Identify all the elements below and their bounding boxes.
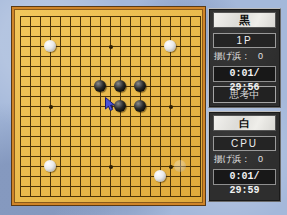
star-point bbox=[49, 105, 53, 109]
white-stone bbox=[44, 160, 56, 172]
white-stone bbox=[44, 40, 56, 52]
star-point bbox=[169, 105, 173, 109]
black-stone bbox=[134, 80, 146, 92]
white-player-label: CPU bbox=[213, 136, 276, 151]
black-stone bbox=[134, 100, 146, 112]
black-captures-value: 0 bbox=[258, 51, 263, 62]
black-captures-label: 揚げ浜： bbox=[214, 51, 250, 62]
star-point bbox=[109, 45, 113, 49]
white-stone bbox=[154, 170, 166, 182]
go-board[interactable] bbox=[12, 7, 205, 205]
black-clock: 0:01/ 29:56 bbox=[213, 66, 276, 82]
star-point bbox=[109, 165, 113, 169]
white-captures-value: 0 bbox=[258, 154, 263, 165]
black-status-badge: 思考中 bbox=[213, 86, 276, 103]
white-player-panel: 白 CPU 揚げ浜： 0 0:01/ 29:59 bbox=[208, 111, 281, 202]
star-point bbox=[169, 165, 173, 169]
game-screen: 黒 1P 揚げ浜： 0 0:01/ 29:56 思考中 白 CPU 揚げ浜： 0… bbox=[0, 0, 287, 215]
black-stone bbox=[94, 80, 106, 92]
black-title: 黒 bbox=[213, 12, 276, 28]
black-player-label: 1P bbox=[213, 33, 276, 48]
white-stone bbox=[164, 40, 176, 52]
black-player-panel: 黒 1P 揚げ浜： 0 0:01/ 29:56 思考中 bbox=[208, 8, 281, 108]
white-captures-label: 揚げ浜： bbox=[214, 154, 250, 165]
black-captures-row: 揚げ浜： 0 bbox=[213, 51, 276, 62]
black-stone bbox=[114, 80, 126, 92]
ghost-white-stone bbox=[174, 160, 186, 172]
mouse-cursor-icon bbox=[105, 97, 116, 112]
white-clock: 0:01/ 29:59 bbox=[213, 169, 276, 185]
white-title: 白 bbox=[213, 115, 276, 131]
white-captures-row: 揚げ浜： 0 bbox=[213, 154, 276, 165]
